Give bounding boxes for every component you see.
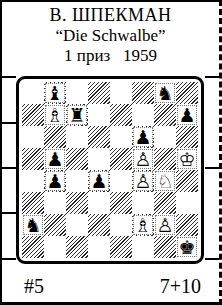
white-pawn-icon: ♙ xyxy=(134,150,151,169)
square-b3 xyxy=(44,192,66,214)
square-h8 xyxy=(176,82,198,104)
square-b7: ♗ xyxy=(44,104,66,126)
black-knight-icon: ♞ xyxy=(156,84,173,103)
square-f3 xyxy=(132,192,154,214)
square-g1 xyxy=(154,236,176,258)
square-h4 xyxy=(176,170,198,192)
square-h7: ♟ xyxy=(176,104,198,126)
registration-mark xyxy=(2,76,16,78)
problem-card: В. ШПЕКМАН “Die Schwalbe” 1 приз 1959 ♝♞… xyxy=(0,0,222,305)
square-e3 xyxy=(110,192,132,214)
square-b1 xyxy=(44,236,66,258)
stipulation: #5 xyxy=(24,274,44,298)
square-g4: ♘ xyxy=(154,170,176,192)
square-g5 xyxy=(154,148,176,170)
square-b4: ♟ xyxy=(44,170,66,192)
black-bishop-icon: ♝ xyxy=(46,84,63,103)
square-g3 xyxy=(154,192,176,214)
square-b5: ♟ xyxy=(44,148,66,170)
square-b8: ♝ xyxy=(44,82,66,104)
registration-mark xyxy=(2,167,16,169)
square-a7 xyxy=(22,104,44,126)
square-c5 xyxy=(66,148,88,170)
square-c6 xyxy=(66,126,88,148)
square-f7 xyxy=(132,104,154,126)
square-h6 xyxy=(176,126,198,148)
square-f4: ♙ xyxy=(132,170,154,192)
square-e4 xyxy=(110,170,132,192)
white-knight-icon: ♘ xyxy=(156,172,173,191)
square-e8 xyxy=(110,82,132,104)
square-f5: ♙ xyxy=(132,148,154,170)
square-f8 xyxy=(132,82,154,104)
black-pawn-icon: ♟ xyxy=(46,172,63,191)
white-bishop-icon: ♗ xyxy=(134,216,151,235)
square-d5 xyxy=(88,148,110,170)
square-d7 xyxy=(88,104,110,126)
black-king-icon: ♚ xyxy=(178,238,195,257)
square-b2 xyxy=(44,214,66,236)
black-pawn-icon: ♟ xyxy=(90,172,107,191)
source-title: “Die Schwalbe” xyxy=(2,26,219,46)
square-c7: ♜ xyxy=(66,104,88,126)
square-h2 xyxy=(176,214,198,236)
square-a1 xyxy=(22,236,44,258)
square-c2 xyxy=(66,214,88,236)
square-a3 xyxy=(22,192,44,214)
black-knight-icon: ♞ xyxy=(24,216,41,235)
square-a5 xyxy=(22,148,44,170)
white-pawn-icon: ♙ xyxy=(156,216,173,235)
square-h5: ♔ xyxy=(176,148,198,170)
square-e7 xyxy=(110,104,132,126)
white-pawn-icon: ♙ xyxy=(134,172,151,191)
black-pawn-icon: ♟ xyxy=(178,106,195,125)
square-e6 xyxy=(110,126,132,148)
registration-mark xyxy=(205,258,219,260)
square-d1 xyxy=(88,236,110,258)
composer-name: В. ШПЕКМАН xyxy=(2,4,219,26)
board-frame: ♝♞♗♜♟♟♟♙♔♟♟♙♘♞♗♙♚ xyxy=(16,76,204,264)
square-e2 xyxy=(110,214,132,236)
square-f6: ♟ xyxy=(132,126,154,148)
square-c3 xyxy=(66,192,88,214)
square-c1 xyxy=(66,236,88,258)
square-e5 xyxy=(110,148,132,170)
square-c4 xyxy=(66,170,88,192)
registration-mark xyxy=(205,76,219,78)
award-year: 1 приз 1959 xyxy=(2,46,219,66)
square-d2 xyxy=(88,214,110,236)
square-g7 xyxy=(154,104,176,126)
registration-mark xyxy=(2,212,16,214)
square-g6 xyxy=(154,126,176,148)
card-header: В. ШПЕКМАН “Die Schwalbe” 1 приз 1959 xyxy=(2,4,219,66)
black-pawn-icon: ♟ xyxy=(134,128,151,147)
chess-board: ♝♞♗♜♟♟♟♙♔♟♟♙♘♞♗♙♚ xyxy=(16,76,204,264)
white-king-icon: ♔ xyxy=(178,150,195,169)
square-d8 xyxy=(88,82,110,104)
square-f2: ♗ xyxy=(132,214,154,236)
square-a4 xyxy=(22,170,44,192)
black-rook-icon: ♜ xyxy=(68,106,85,125)
black-pawn-icon: ♟ xyxy=(46,150,63,169)
square-f1 xyxy=(132,236,154,258)
square-b6 xyxy=(44,126,66,148)
card-footer: #5 7+10 xyxy=(2,274,219,298)
square-a2: ♞ xyxy=(22,214,44,236)
square-d6 xyxy=(88,126,110,148)
registration-mark xyxy=(205,167,219,169)
square-a6 xyxy=(22,126,44,148)
square-h3 xyxy=(176,192,198,214)
square-e1 xyxy=(110,236,132,258)
square-d4: ♟ xyxy=(88,170,110,192)
square-d3 xyxy=(88,192,110,214)
square-h1: ♚ xyxy=(176,236,198,258)
square-g8: ♞ xyxy=(154,82,176,104)
square-g2: ♙ xyxy=(154,214,176,236)
square-a8 xyxy=(22,82,44,104)
registration-mark xyxy=(2,258,16,260)
square-c8 xyxy=(66,82,88,104)
registration-mark xyxy=(2,122,16,124)
white-bishop-icon: ♗ xyxy=(46,106,63,125)
material-count: 7+10 xyxy=(160,274,201,298)
